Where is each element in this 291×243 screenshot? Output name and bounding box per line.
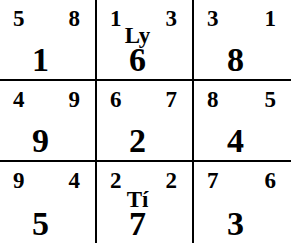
center-number: 3 <box>227 210 244 238</box>
grid-cell-r2c2: 6 7 2 <box>97 81 194 162</box>
corner-number-top-left: 5 <box>13 7 25 30</box>
puzzle-board: 5 8 1 1 3 Ly 6 3 1 8 4 9 9 6 7 <box>0 0 291 243</box>
grid-cell-r3c2: 2 2 Tí 7 <box>97 162 194 243</box>
cell-center: Ly 6 <box>125 25 151 79</box>
corner-number-top-left: 4 <box>13 88 25 111</box>
corner-number-top-left: 9 <box>13 169 25 192</box>
cell-center: Tí 7 <box>127 189 149 243</box>
corner-number-top-left: 7 <box>207 169 219 192</box>
grid-cell-r3c1: 9 4 5 <box>0 162 97 243</box>
center-number: 6 <box>129 46 146 74</box>
center-number: 8 <box>227 46 244 74</box>
corner-number-top-left: 6 <box>110 88 122 111</box>
corner-number-top-right: 7 <box>166 88 178 111</box>
corner-number-top-right: 2 <box>166 169 178 192</box>
corner-number-top-right: 4 <box>69 169 81 192</box>
cell-center: 3 <box>227 210 244 243</box>
corner-number-top-left: 8 <box>207 88 219 111</box>
cell-center: 8 <box>227 46 244 79</box>
corner-number-top-left: 1 <box>110 7 122 30</box>
center-number: 9 <box>32 127 49 155</box>
corner-number-top-right: 5 <box>265 88 277 111</box>
center-number: 1 <box>32 46 49 74</box>
cell-center: 4 <box>227 127 244 160</box>
corner-number-top-left: 2 <box>110 169 122 192</box>
corner-number-top-right: 3 <box>166 7 178 30</box>
grid-cell-r1c1: 5 8 1 <box>0 0 97 81</box>
cell-center: 2 <box>129 127 146 160</box>
cell-center: 1 <box>32 46 49 79</box>
grid-cell-r2c3: 8 5 4 <box>194 81 291 162</box>
cell-center: 9 <box>32 127 49 160</box>
corner-number-top-right: 8 <box>69 7 81 30</box>
corner-number-top-right: 6 <box>265 169 277 192</box>
center-number: 4 <box>227 127 244 155</box>
corner-number-top-left: 3 <box>207 7 219 30</box>
center-number: 2 <box>129 127 146 155</box>
center-number: 7 <box>129 210 146 238</box>
grid-cell-r1c2: 1 3 Ly 6 <box>97 0 194 81</box>
corner-number-top-right: 1 <box>265 7 277 30</box>
grid-cell-r2c1: 4 9 9 <box>0 81 97 162</box>
grid-cell-r3c3: 7 6 3 <box>194 162 291 243</box>
cell-center: 5 <box>32 210 49 243</box>
corner-number-top-right: 9 <box>69 88 81 111</box>
center-number: 5 <box>32 210 49 238</box>
grid-cell-r1c3: 3 1 8 <box>194 0 291 81</box>
